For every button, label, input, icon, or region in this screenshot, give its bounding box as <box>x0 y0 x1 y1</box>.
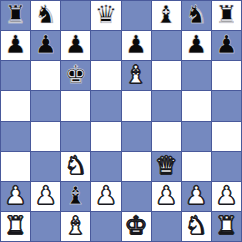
square-h1[interactable]: ♜ <box>212 212 241 241</box>
piece-white-rook: ♜ <box>4 213 26 238</box>
piece-black-pawn: ♟ <box>34 32 56 57</box>
square-c2[interactable]: ♝ <box>61 182 90 211</box>
square-g6[interactable] <box>182 61 211 90</box>
square-f1[interactable] <box>152 212 181 241</box>
square-d7[interactable] <box>91 31 120 60</box>
chess-board: ♜♞♛♝♞♜♟♟♟♟♟♟♚♝♞♛♟♟♝♟♟♟♟♜♝♚♞♜ <box>0 0 242 242</box>
square-h2[interactable]: ♟ <box>212 182 241 211</box>
piece-black-queen: ♛ <box>95 2 117 27</box>
square-f6[interactable] <box>152 61 181 90</box>
square-f2[interactable]: ♟ <box>152 182 181 211</box>
square-b7[interactable]: ♟ <box>31 31 60 60</box>
square-b3[interactable] <box>31 152 60 181</box>
piece-white-bishop: ♝ <box>125 62 147 87</box>
square-h4[interactable] <box>212 122 241 151</box>
square-e2[interactable] <box>122 182 151 211</box>
square-e1[interactable]: ♚ <box>122 212 151 241</box>
square-c1[interactable]: ♝ <box>61 212 90 241</box>
square-f8[interactable]: ♝ <box>152 1 181 30</box>
square-f4[interactable] <box>152 122 181 151</box>
piece-white-pawn: ♟ <box>215 183 237 208</box>
piece-white-bishop: ♝ <box>65 213 87 238</box>
piece-white-knight: ♞ <box>185 213 207 238</box>
square-f5[interactable] <box>152 91 181 120</box>
square-c6[interactable]: ♚ <box>61 61 90 90</box>
piece-white-pawn: ♟ <box>155 183 177 208</box>
piece-black-pawn: ♟ <box>4 32 26 57</box>
square-a7[interactable]: ♟ <box>1 31 30 60</box>
square-c3[interactable]: ♞ <box>61 152 90 181</box>
square-g1[interactable]: ♞ <box>182 212 211 241</box>
square-b6[interactable] <box>31 61 60 90</box>
square-f3[interactable]: ♛ <box>152 152 181 181</box>
square-g3[interactable] <box>182 152 211 181</box>
piece-black-pawn: ♟ <box>215 32 237 57</box>
piece-black-pawn: ♟ <box>65 32 87 57</box>
square-c4[interactable] <box>61 122 90 151</box>
square-a5[interactable] <box>1 91 30 120</box>
square-c5[interactable] <box>61 91 90 120</box>
piece-white-pawn: ♟ <box>34 183 56 208</box>
square-a8[interactable]: ♜ <box>1 1 30 30</box>
square-g2[interactable]: ♟ <box>182 182 211 211</box>
square-a4[interactable] <box>1 122 30 151</box>
piece-black-pawn: ♟ <box>185 32 207 57</box>
square-b1[interactable] <box>31 212 60 241</box>
piece-white-knight: ♞ <box>65 153 87 178</box>
square-c8[interactable] <box>61 1 90 30</box>
square-c7[interactable]: ♟ <box>61 31 90 60</box>
square-b4[interactable] <box>31 122 60 151</box>
square-g4[interactable] <box>182 122 211 151</box>
square-d8[interactable]: ♛ <box>91 1 120 30</box>
square-b8[interactable]: ♞ <box>31 1 60 30</box>
square-e7[interactable]: ♟ <box>122 31 151 60</box>
piece-black-king: ♚ <box>65 62 87 87</box>
square-g5[interactable] <box>182 91 211 120</box>
piece-white-pawn: ♟ <box>4 183 26 208</box>
square-d6[interactable] <box>91 61 120 90</box>
piece-black-rook: ♜ <box>4 2 26 27</box>
square-g8[interactable]: ♞ <box>182 1 211 30</box>
piece-white-pawn: ♟ <box>95 183 117 208</box>
square-a1[interactable]: ♜ <box>1 212 30 241</box>
square-e4[interactable] <box>122 122 151 151</box>
piece-black-bishop: ♝ <box>155 2 177 27</box>
square-e5[interactable] <box>122 91 151 120</box>
piece-black-knight: ♞ <box>185 2 207 27</box>
piece-black-pawn: ♟ <box>125 32 147 57</box>
square-h6[interactable] <box>212 61 241 90</box>
square-f7[interactable] <box>152 31 181 60</box>
piece-white-pawn: ♟ <box>185 183 207 208</box>
piece-white-queen: ♛ <box>155 153 177 178</box>
square-h8[interactable]: ♜ <box>212 1 241 30</box>
square-d1[interactable] <box>91 212 120 241</box>
square-g7[interactable]: ♟ <box>182 31 211 60</box>
square-h5[interactable] <box>212 91 241 120</box>
square-a6[interactable] <box>1 61 30 90</box>
square-h7[interactable]: ♟ <box>212 31 241 60</box>
piece-black-knight: ♞ <box>34 2 56 27</box>
square-d5[interactable] <box>91 91 120 120</box>
piece-white-rook: ♜ <box>215 213 237 238</box>
square-e8[interactable] <box>122 1 151 30</box>
square-h3[interactable] <box>212 152 241 181</box>
square-d2[interactable]: ♟ <box>91 182 120 211</box>
square-e3[interactable] <box>122 152 151 181</box>
square-a3[interactable] <box>1 152 30 181</box>
square-d3[interactable] <box>91 152 120 181</box>
square-b5[interactable] <box>31 91 60 120</box>
square-e6[interactable]: ♝ <box>122 61 151 90</box>
piece-white-king: ♚ <box>125 213 147 238</box>
piece-black-rook: ♜ <box>215 2 237 27</box>
square-b2[interactable]: ♟ <box>31 182 60 211</box>
square-a2[interactable]: ♟ <box>1 182 30 211</box>
piece-black-bishop: ♝ <box>65 183 87 208</box>
square-d4[interactable] <box>91 122 120 151</box>
